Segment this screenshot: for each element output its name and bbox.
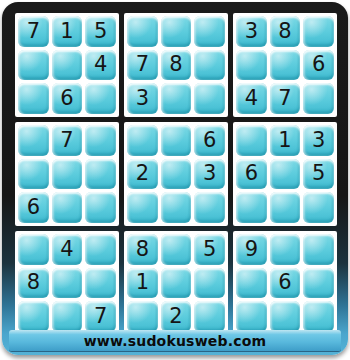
- cell-r6c1[interactable]: 6: [18, 192, 49, 223]
- cell-r9c3[interactable]: 7: [85, 301, 116, 332]
- cell-r3c4[interactable]: 3: [127, 83, 158, 114]
- cell-r5c1[interactable]: [18, 159, 49, 190]
- cell-r8c1[interactable]: 8: [18, 268, 49, 299]
- cell-r3c5[interactable]: [161, 83, 192, 114]
- cell-r4c9[interactable]: 3: [303, 125, 334, 156]
- cell-r4c5[interactable]: [161, 125, 192, 156]
- cell-r6c3[interactable]: [85, 192, 116, 223]
- cell-r8c9[interactable]: [303, 268, 334, 299]
- cell-r1c6[interactable]: [194, 16, 225, 47]
- cell-r8c4[interactable]: 1: [127, 268, 158, 299]
- cell-r8c7[interactable]: [236, 268, 267, 299]
- cell-r2c3[interactable]: 4: [85, 50, 116, 81]
- cell-r9c1[interactable]: [18, 301, 49, 332]
- cell-r1c7[interactable]: 3: [236, 16, 267, 47]
- cell-r1c3[interactable]: 5: [85, 16, 116, 47]
- cell-r2c1[interactable]: [18, 50, 49, 81]
- cell-r9c4[interactable]: [127, 301, 158, 332]
- cell-r3c1[interactable]: [18, 83, 49, 114]
- block-3-3: 96: [233, 231, 337, 335]
- cell-r2c8[interactable]: [270, 50, 301, 81]
- cell-r6c9[interactable]: [303, 192, 334, 223]
- cell-r4c4[interactable]: [127, 125, 158, 156]
- cell-r9c2[interactable]: [52, 301, 83, 332]
- cell-r6c2[interactable]: [52, 192, 83, 223]
- footer-band: www.sudokusweb.com: [9, 330, 341, 351]
- cell-r3c6[interactable]: [194, 83, 225, 114]
- cell-r9c7[interactable]: [236, 301, 267, 332]
- cell-r4c8[interactable]: 1: [270, 125, 301, 156]
- cell-r7c8[interactable]: [270, 234, 301, 265]
- cell-r7c2[interactable]: 4: [52, 234, 83, 265]
- cell-r9c5[interactable]: 2: [161, 301, 192, 332]
- cell-r6c8[interactable]: [270, 192, 301, 223]
- board-frame: 7154678338647766231365487851296 www.sudo…: [2, 2, 348, 355]
- cell-r4c3[interactable]: [85, 125, 116, 156]
- cell-r7c6[interactable]: 5: [194, 234, 225, 265]
- cell-r4c1[interactable]: [18, 125, 49, 156]
- cell-r8c3[interactable]: [85, 268, 116, 299]
- cell-r3c8[interactable]: 7: [270, 83, 301, 114]
- footer-link[interactable]: www.sudokusweb.com: [84, 333, 267, 349]
- cell-r8c5[interactable]: [161, 268, 192, 299]
- cell-r7c7[interactable]: 9: [236, 234, 267, 265]
- sudoku-board: 7154678338647766231365487851296: [15, 13, 337, 335]
- cell-r6c6[interactable]: [194, 192, 225, 223]
- cell-r7c4[interactable]: 8: [127, 234, 158, 265]
- cell-r5c6[interactable]: 3: [194, 159, 225, 190]
- cell-r5c5[interactable]: [161, 159, 192, 190]
- cell-r5c2[interactable]: [52, 159, 83, 190]
- cell-r7c9[interactable]: [303, 234, 334, 265]
- cell-r2c2[interactable]: [52, 50, 83, 81]
- cell-r2c6[interactable]: [194, 50, 225, 81]
- block-1-2: 783: [124, 13, 228, 117]
- cell-r8c2[interactable]: [52, 268, 83, 299]
- cell-r4c2[interactable]: 7: [52, 125, 83, 156]
- cell-r3c2[interactable]: 6: [52, 83, 83, 114]
- cell-r3c9[interactable]: [303, 83, 334, 114]
- cell-r6c7[interactable]: [236, 192, 267, 223]
- cell-r3c3[interactable]: [85, 83, 116, 114]
- cell-r6c4[interactable]: [127, 192, 158, 223]
- cell-r5c4[interactable]: 2: [127, 159, 158, 190]
- block-3-2: 8512: [124, 231, 228, 335]
- cell-r9c6[interactable]: [194, 301, 225, 332]
- cell-r2c5[interactable]: 8: [161, 50, 192, 81]
- cell-r2c7[interactable]: [236, 50, 267, 81]
- block-2-1: 76: [15, 122, 119, 226]
- cell-r3c7[interactable]: 4: [236, 83, 267, 114]
- cell-r2c9[interactable]: 6: [303, 50, 334, 81]
- cell-r1c9[interactable]: [303, 16, 334, 47]
- cell-r1c4[interactable]: [127, 16, 158, 47]
- cell-r1c5[interactable]: [161, 16, 192, 47]
- cell-r8c8[interactable]: 6: [270, 268, 301, 299]
- block-1-1: 71546: [15, 13, 119, 117]
- block-2-3: 1365: [233, 122, 337, 226]
- cell-r7c5[interactable]: [161, 234, 192, 265]
- block-2-2: 623: [124, 122, 228, 226]
- cell-r1c8[interactable]: 8: [270, 16, 301, 47]
- cell-r9c8[interactable]: [270, 301, 301, 332]
- cell-r1c1[interactable]: 7: [18, 16, 49, 47]
- cell-r5c7[interactable]: 6: [236, 159, 267, 190]
- cell-r5c8[interactable]: [270, 159, 301, 190]
- cell-r6c5[interactable]: [161, 192, 192, 223]
- cell-r8c6[interactable]: [194, 268, 225, 299]
- block-1-3: 38647: [233, 13, 337, 117]
- cell-r7c3[interactable]: [85, 234, 116, 265]
- block-3-1: 487: [15, 231, 119, 335]
- cell-r7c1[interactable]: [18, 234, 49, 265]
- cell-r9c9[interactable]: [303, 301, 334, 332]
- cell-r5c9[interactable]: 5: [303, 159, 334, 190]
- cell-r4c6[interactable]: 6: [194, 125, 225, 156]
- cell-r1c2[interactable]: 1: [52, 16, 83, 47]
- sudoku-page: 7154678338647766231365487851296 www.sudo…: [0, 0, 350, 360]
- cell-r2c4[interactable]: 7: [127, 50, 158, 81]
- cell-r5c3[interactable]: [85, 159, 116, 190]
- cell-r4c7[interactable]: [236, 125, 267, 156]
